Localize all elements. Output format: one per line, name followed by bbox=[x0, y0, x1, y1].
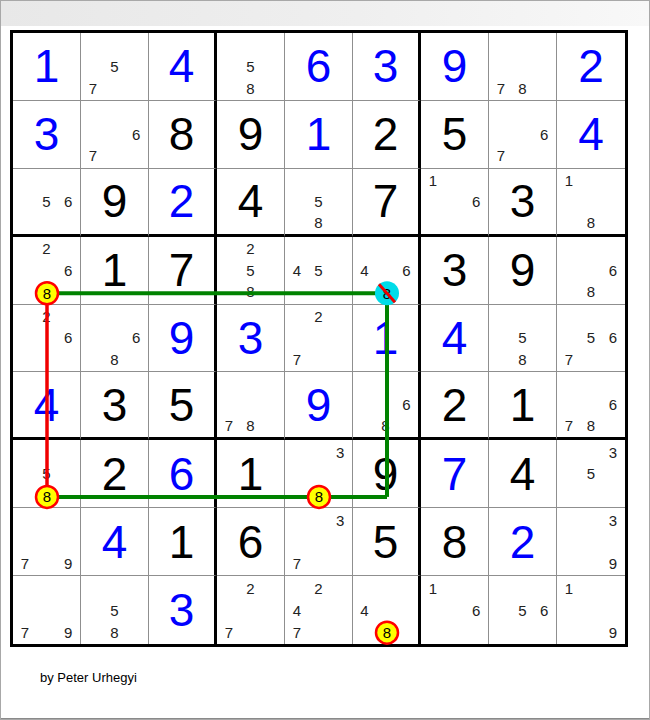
cell-r7c8[interactable]: 4 bbox=[489, 440, 557, 508]
candidate-6: 6 bbox=[64, 194, 72, 209]
candidate-6: 6 bbox=[540, 603, 548, 618]
solved-digit: 6 bbox=[169, 451, 195, 497]
candidate-2: 2 bbox=[314, 309, 322, 324]
solved-digit: 1 bbox=[34, 43, 60, 89]
solved-digit: 3 bbox=[373, 43, 399, 89]
cell-r1c4[interactable]: 58 bbox=[217, 33, 285, 101]
cell-r4c6[interactable]: 468 bbox=[353, 237, 421, 305]
cell-r3c5[interactable]: 58 bbox=[285, 169, 353, 237]
cell-r2c1[interactable]: 3 bbox=[13, 101, 81, 169]
candidate-8: 8 bbox=[314, 215, 322, 230]
candidate-2: 2 bbox=[42, 309, 50, 324]
candidate-8: 8 bbox=[42, 488, 50, 503]
given-digit: 3 bbox=[510, 178, 536, 224]
candidate-8: 8 bbox=[381, 418, 389, 433]
candidate-5: 5 bbox=[110, 603, 118, 618]
cell-r1c6[interactable]: 3 bbox=[353, 33, 421, 101]
candidate-2: 2 bbox=[314, 581, 322, 596]
given-digit: 6 bbox=[238, 519, 264, 565]
given-digit: 1 bbox=[510, 382, 536, 428]
cell-r9c6[interactable]: 48 bbox=[353, 576, 421, 644]
cell-r7c9[interactable]: 35 bbox=[557, 440, 625, 508]
cell-r2c2[interactable]: 67 bbox=[81, 101, 149, 169]
solved-digit: 4 bbox=[34, 382, 60, 428]
cell-r7c1[interactable]: 58 bbox=[13, 440, 81, 508]
given-digit: 4 bbox=[510, 451, 536, 497]
candidate-8: 8 bbox=[246, 284, 254, 299]
candidate-8: 8 bbox=[246, 418, 254, 433]
given-digit: 8 bbox=[169, 111, 195, 157]
cell-r8c4[interactable]: 6 bbox=[217, 508, 285, 576]
cell-r8c7[interactable]: 8 bbox=[421, 508, 489, 576]
cell-r2c5[interactable]: 1 bbox=[285, 101, 353, 169]
cell-r8c6[interactable]: 5 bbox=[353, 508, 421, 576]
cell-r7c5[interactable]: 38 bbox=[285, 440, 353, 508]
given-digit: 3 bbox=[442, 247, 468, 293]
cell-r5c7[interactable]: 4 bbox=[421, 305, 489, 373]
solved-digit: 1 bbox=[373, 315, 399, 361]
candidate-4: 4 bbox=[293, 263, 301, 278]
candidate-6: 6 bbox=[132, 127, 140, 142]
cell-r5c1[interactable]: 26 bbox=[13, 305, 81, 373]
candidate-7: 7 bbox=[565, 418, 573, 433]
cell-r5c4[interactable]: 3 bbox=[217, 305, 285, 373]
cell-r7c4[interactable]: 1 bbox=[217, 440, 285, 508]
cell-r7c3[interactable]: 6 bbox=[149, 440, 217, 508]
candidate-3: 3 bbox=[609, 513, 617, 528]
candidate-7: 7 bbox=[21, 625, 29, 640]
cell-r6c3[interactable]: 5 bbox=[149, 372, 217, 440]
cell-r4c2[interactable]: 1 bbox=[81, 237, 149, 305]
given-digit: 3 bbox=[102, 382, 128, 428]
solved-digit: 9 bbox=[442, 43, 468, 89]
candidate-5: 5 bbox=[110, 59, 118, 74]
candidate-8: 8 bbox=[381, 625, 389, 640]
candidate-5: 5 bbox=[246, 59, 254, 74]
cell-r7c2[interactable]: 2 bbox=[81, 440, 149, 508]
cell-r1c3[interactable]: 4 bbox=[149, 33, 217, 101]
cell-r5c8[interactable]: 58 bbox=[489, 305, 557, 373]
cell-r8c5[interactable]: 37 bbox=[285, 508, 353, 576]
solved-digit: 4 bbox=[442, 315, 468, 361]
cell-r8c9[interactable]: 39 bbox=[557, 508, 625, 576]
given-digit: 9 bbox=[102, 178, 128, 224]
candidate-8: 8 bbox=[246, 81, 254, 96]
given-digit: 5 bbox=[373, 519, 399, 565]
cell-r3c7[interactable]: 16 bbox=[421, 169, 489, 237]
candidate-7: 7 bbox=[225, 418, 233, 433]
given-digit: 9 bbox=[510, 247, 536, 293]
cell-r2c6[interactable]: 2 bbox=[353, 101, 421, 169]
cell-r2c9[interactable]: 4 bbox=[557, 101, 625, 169]
cell-r5c2[interactable]: 68 bbox=[81, 305, 149, 373]
candidate-2: 2 bbox=[246, 581, 254, 596]
solved-digit: 3 bbox=[238, 315, 264, 361]
cell-r6c5[interactable]: 9 bbox=[285, 372, 353, 440]
window-titlebar bbox=[1, 1, 649, 26]
candidate-7: 7 bbox=[497, 81, 505, 96]
candidate-6: 6 bbox=[540, 127, 548, 142]
cell-r3c8[interactable]: 3 bbox=[489, 169, 557, 237]
cell-r9c8[interactable]: 56 bbox=[489, 576, 557, 644]
candidate-4: 4 bbox=[360, 603, 368, 618]
candidate-6: 6 bbox=[132, 330, 140, 345]
cell-r9c7[interactable]: 16 bbox=[421, 576, 489, 644]
candidate-9: 9 bbox=[609, 625, 617, 640]
cell-r6c8[interactable]: 1 bbox=[489, 372, 557, 440]
candidate-6: 6 bbox=[472, 603, 480, 618]
solved-digit: 1 bbox=[306, 111, 332, 157]
given-digit: 5 bbox=[169, 382, 195, 428]
candidate-8: 8 bbox=[381, 284, 389, 299]
candidate-5: 5 bbox=[42, 194, 50, 209]
given-digit: 1 bbox=[238, 451, 264, 497]
cell-r1c5[interactable]: 6 bbox=[285, 33, 353, 101]
candidate-2: 2 bbox=[42, 241, 50, 256]
candidate-3: 3 bbox=[336, 513, 344, 528]
cell-r3c9[interactable]: 18 bbox=[557, 169, 625, 237]
cell-r3c4[interactable]: 4 bbox=[217, 169, 285, 237]
cell-r9c3[interactable]: 3 bbox=[149, 576, 217, 644]
candidate-5: 5 bbox=[587, 466, 595, 481]
candidate-6: 6 bbox=[609, 263, 617, 278]
cell-r4c9[interactable]: 68 bbox=[557, 237, 625, 305]
cell-r1c8[interactable]: 78 bbox=[489, 33, 557, 101]
cell-r8c1[interactable]: 79 bbox=[13, 508, 81, 576]
candidate-5: 5 bbox=[587, 330, 595, 345]
cell-r6c9[interactable]: 678 bbox=[557, 372, 625, 440]
candidate-6: 6 bbox=[402, 263, 410, 278]
cell-r2c3[interactable]: 8 bbox=[149, 101, 217, 169]
candidate-8: 8 bbox=[587, 215, 595, 230]
cell-r2c4[interactable]: 9 bbox=[217, 101, 285, 169]
cell-r5c6[interactable]: 1 bbox=[353, 305, 421, 373]
cell-r3c3[interactable]: 2 bbox=[149, 169, 217, 237]
candidate-7: 7 bbox=[565, 352, 573, 367]
candidate-7: 7 bbox=[293, 352, 301, 367]
cell-r9c4[interactable]: 27 bbox=[217, 576, 285, 644]
candidate-5: 5 bbox=[518, 330, 526, 345]
candidate-7: 7 bbox=[497, 148, 505, 163]
cell-r8c3[interactable]: 1 bbox=[149, 508, 217, 576]
candidate-5: 5 bbox=[518, 603, 526, 618]
solved-digit: 3 bbox=[169, 587, 195, 633]
cell-r9c9[interactable]: 19 bbox=[557, 576, 625, 644]
cell-r6c7[interactable]: 2 bbox=[421, 372, 489, 440]
candidate-8: 8 bbox=[518, 352, 526, 367]
given-digit: 2 bbox=[102, 451, 128, 497]
candidate-7: 7 bbox=[21, 556, 29, 571]
given-digit: 7 bbox=[169, 247, 195, 293]
candidate-7: 7 bbox=[225, 625, 233, 640]
given-digit: 1 bbox=[102, 247, 128, 293]
candidate-3: 3 bbox=[336, 445, 344, 460]
candidate-8: 8 bbox=[42, 284, 50, 299]
candidate-1: 1 bbox=[429, 173, 437, 188]
candidate-5: 5 bbox=[42, 466, 50, 481]
cell-r9c1[interactable]: 79 bbox=[13, 576, 81, 644]
candidate-7: 7 bbox=[89, 148, 97, 163]
cell-r9c2[interactable]: 58 bbox=[81, 576, 149, 644]
solved-digit: 2 bbox=[578, 43, 604, 89]
candidate-1: 1 bbox=[565, 173, 573, 188]
candidate-9: 9 bbox=[609, 556, 617, 571]
cell-r2c8[interactable]: 67 bbox=[489, 101, 557, 169]
solved-digit: 6 bbox=[306, 43, 332, 89]
candidate-1: 1 bbox=[565, 581, 573, 596]
candidate-5: 5 bbox=[314, 194, 322, 209]
candidate-5: 5 bbox=[246, 263, 254, 278]
given-digit: 2 bbox=[442, 382, 468, 428]
candidate-1: 1 bbox=[429, 581, 437, 596]
solved-digit: 2 bbox=[510, 519, 536, 565]
solved-digit: 2 bbox=[169, 178, 195, 224]
cell-r6c1[interactable]: 4 bbox=[13, 372, 81, 440]
cell-r3c2[interactable]: 9 bbox=[81, 169, 149, 237]
given-digit: 4 bbox=[238, 178, 264, 224]
candidate-6: 6 bbox=[609, 330, 617, 345]
given-digit: 2 bbox=[373, 111, 399, 157]
candidate-7: 7 bbox=[89, 81, 97, 96]
candidate-6: 6 bbox=[609, 397, 617, 412]
cell-r4c8[interactable]: 9 bbox=[489, 237, 557, 305]
candidate-7: 7 bbox=[293, 625, 301, 640]
solved-digit: 4 bbox=[578, 111, 604, 157]
cell-r4c4[interactable]: 258 bbox=[217, 237, 285, 305]
given-digit: 1 bbox=[169, 519, 195, 565]
solved-digit: 7 bbox=[442, 451, 468, 497]
candidate-6: 6 bbox=[64, 263, 72, 278]
cell-r2c7[interactable]: 5 bbox=[421, 101, 489, 169]
cell-r6c6[interactable]: 68 bbox=[353, 372, 421, 440]
cell-r1c2[interactable]: 57 bbox=[81, 33, 149, 101]
cell-r6c4[interactable]: 78 bbox=[217, 372, 285, 440]
cell-r5c9[interactable]: 567 bbox=[557, 305, 625, 373]
given-digit: 9 bbox=[373, 451, 399, 497]
cell-r3c1[interactable]: 56 bbox=[13, 169, 81, 237]
cell-r3c6[interactable]: 7 bbox=[353, 169, 421, 237]
sudoku-board: 1574586397823678912567456924587163182681… bbox=[10, 30, 628, 647]
cell-r8c8[interactable]: 2 bbox=[489, 508, 557, 576]
cell-r5c5[interactable]: 27 bbox=[285, 305, 353, 373]
given-digit: 9 bbox=[238, 111, 264, 157]
candidate-4: 4 bbox=[360, 263, 368, 278]
given-digit: 7 bbox=[373, 178, 399, 224]
solved-digit: 4 bbox=[169, 43, 195, 89]
candidate-5: 5 bbox=[314, 263, 322, 278]
cell-r8c2[interactable]: 4 bbox=[81, 508, 149, 576]
candidate-2: 2 bbox=[246, 241, 254, 256]
cell-r1c7[interactable]: 9 bbox=[421, 33, 489, 101]
candidate-8: 8 bbox=[314, 488, 322, 503]
sudoku-app-window: 1574586397823678912567456924587163182681… bbox=[0, 0, 650, 720]
given-digit: 8 bbox=[442, 519, 468, 565]
solved-digit: 4 bbox=[102, 519, 128, 565]
author-credit: by Peter Urhegyi bbox=[40, 670, 137, 685]
candidate-7: 7 bbox=[293, 556, 301, 571]
cell-r9c5[interactable]: 247 bbox=[285, 576, 353, 644]
cell-r4c7[interactable]: 3 bbox=[421, 237, 489, 305]
candidate-8: 8 bbox=[110, 352, 118, 367]
cell-r1c9[interactable]: 2 bbox=[557, 33, 625, 101]
cell-r7c6[interactable]: 9 bbox=[353, 440, 421, 508]
given-digit: 5 bbox=[442, 111, 468, 157]
cell-r6c2[interactable]: 3 bbox=[81, 372, 149, 440]
candidate-6: 6 bbox=[472, 194, 480, 209]
candidate-8: 8 bbox=[110, 625, 118, 640]
candidate-8: 8 bbox=[587, 418, 595, 433]
solved-digit: 9 bbox=[306, 382, 332, 428]
cell-r7c7[interactable]: 7 bbox=[421, 440, 489, 508]
cell-r4c3[interactable]: 7 bbox=[149, 237, 217, 305]
candidate-9: 9 bbox=[64, 625, 72, 640]
candidate-6: 6 bbox=[402, 397, 410, 412]
cell-r4c1[interactable]: 268 bbox=[13, 237, 81, 305]
solved-digit: 9 bbox=[169, 315, 195, 361]
cell-r1c1[interactable]: 1 bbox=[13, 33, 81, 101]
candidate-3: 3 bbox=[609, 445, 617, 460]
candidate-8: 8 bbox=[518, 81, 526, 96]
solved-digit: 3 bbox=[34, 111, 60, 157]
candidate-8: 8 bbox=[587, 284, 595, 299]
cell-r4c5[interactable]: 45 bbox=[285, 237, 353, 305]
candidate-6: 6 bbox=[64, 330, 72, 345]
cell-r5c3[interactable]: 9 bbox=[149, 305, 217, 373]
candidate-9: 9 bbox=[64, 556, 72, 571]
candidate-4: 4 bbox=[293, 603, 301, 618]
